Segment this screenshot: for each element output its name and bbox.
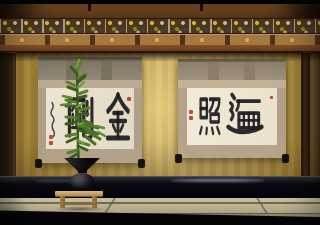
upper-rail-with-brackets xyxy=(0,34,320,45)
roller-knob xyxy=(138,159,145,168)
calligraphy-paper xyxy=(187,88,277,145)
hanging-scroll-henjo xyxy=(178,59,286,158)
ikebana-evergreen xyxy=(52,52,112,167)
roller-knob xyxy=(35,159,42,168)
rail-shadow xyxy=(0,53,320,62)
futai-strip xyxy=(208,62,219,80)
lower-rail xyxy=(0,45,320,53)
scroll-side-border xyxy=(38,88,46,149)
beam-joint xyxy=(88,4,91,11)
calligraphy-character-hen xyxy=(226,91,264,137)
bench-leg xyxy=(60,196,65,208)
left-wood-pillar xyxy=(0,52,16,178)
black-flower-vase xyxy=(64,158,100,194)
scroll-bottom-mount xyxy=(178,145,286,158)
roller-knob xyxy=(282,154,289,163)
scroll-inner-border xyxy=(178,80,286,88)
futai-strip xyxy=(244,62,255,80)
vase-mouth xyxy=(64,158,100,171)
bench-stretcher xyxy=(62,203,96,205)
bench-leg xyxy=(92,196,97,208)
tatami-seam xyxy=(0,202,320,204)
wood-beam xyxy=(0,4,320,18)
wooden-bench xyxy=(55,191,103,210)
red-seal xyxy=(270,96,273,99)
scroll-side-border xyxy=(277,88,286,145)
corner-shadow xyxy=(0,193,34,225)
roller-knob xyxy=(175,154,182,163)
lacquer-reflection xyxy=(170,179,265,182)
red-seal xyxy=(189,116,193,120)
red-seal xyxy=(189,110,193,114)
temple-alcove-photo xyxy=(0,0,320,225)
scroll-side-border xyxy=(134,88,142,149)
calligraphy-character-sho xyxy=(197,93,223,137)
scroll-side-border xyxy=(178,88,187,145)
right-edge-shade xyxy=(308,52,320,178)
scroll-top-mount xyxy=(178,59,286,80)
beam-joint xyxy=(200,4,203,11)
polychrome-brocade-frieze xyxy=(0,18,320,34)
